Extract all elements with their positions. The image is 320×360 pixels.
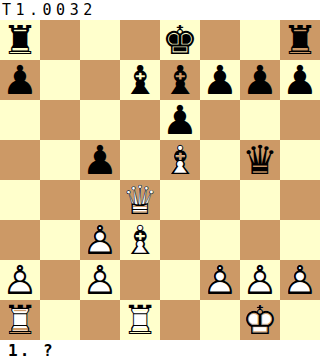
puzzle-title: T1.0032	[0, 0, 320, 20]
square-b2[interactable]	[40, 260, 80, 300]
square-d5[interactable]	[120, 140, 160, 180]
white-piece-outline-icon: ♙	[0, 260, 40, 300]
move-prompt: 1. ?	[0, 340, 320, 360]
square-d3[interactable]: ♝♗	[120, 220, 160, 260]
square-c7[interactable]	[80, 60, 120, 100]
square-a6[interactable]	[0, 100, 40, 140]
square-a4[interactable]	[0, 180, 40, 220]
white-pawn-icon: ♟	[280, 260, 320, 300]
square-c4[interactable]	[80, 180, 120, 220]
black-queen-icon: ♛	[240, 140, 280, 180]
square-c3[interactable]: ♟♙	[80, 220, 120, 260]
square-d6[interactable]	[120, 100, 160, 140]
white-piece-outline-icon: ♙	[240, 260, 280, 300]
white-piece-outline-icon: ♖	[120, 300, 160, 340]
square-e7[interactable]: ♝	[160, 60, 200, 100]
square-c8[interactable]	[80, 20, 120, 60]
white-piece-outline-icon: ♔	[240, 300, 280, 340]
chess-board[interactable]: ♜♚♜♟♝♝♟♟♟♟♟♝♗♛♛♕♟♙♝♗♟♙♟♙♟♙♟♙♟♙♜♖♜♖♚♔	[0, 20, 320, 340]
white-rook-icon: ♜	[120, 300, 160, 340]
white-piece-outline-icon: ♕	[120, 180, 160, 220]
white-piece-outline-icon: ♙	[80, 220, 120, 260]
square-h2[interactable]: ♟♙	[280, 260, 320, 300]
square-h5[interactable]	[280, 140, 320, 180]
square-b5[interactable]	[40, 140, 80, 180]
square-g6[interactable]	[240, 100, 280, 140]
white-piece-outline-icon: ♙	[80, 260, 120, 300]
white-piece-outline-icon: ♖	[0, 300, 40, 340]
square-e6[interactable]: ♟	[160, 100, 200, 140]
black-king-icon: ♚	[160, 20, 200, 60]
square-g7[interactable]: ♟	[240, 60, 280, 100]
black-pawn-icon: ♟	[240, 60, 280, 100]
white-piece-outline-icon: ♙	[200, 260, 240, 300]
white-queen-icon: ♛	[120, 180, 160, 220]
square-b1[interactable]	[40, 300, 80, 340]
square-c2[interactable]: ♟♙	[80, 260, 120, 300]
white-pawn-icon: ♟	[240, 260, 280, 300]
white-bishop-icon: ♝	[120, 220, 160, 260]
square-g1[interactable]: ♚♔	[240, 300, 280, 340]
square-f7[interactable]: ♟	[200, 60, 240, 100]
square-f5[interactable]	[200, 140, 240, 180]
black-bishop-icon: ♝	[120, 60, 160, 100]
white-rook-icon: ♜	[0, 300, 40, 340]
square-f8[interactable]	[200, 20, 240, 60]
square-d4[interactable]: ♛♕	[120, 180, 160, 220]
square-f2[interactable]: ♟♙	[200, 260, 240, 300]
black-rook-icon: ♜	[0, 20, 40, 60]
square-e4[interactable]	[160, 180, 200, 220]
square-g2[interactable]: ♟♙	[240, 260, 280, 300]
square-h8[interactable]: ♜	[280, 20, 320, 60]
square-a8[interactable]: ♜	[0, 20, 40, 60]
white-pawn-icon: ♟	[0, 260, 40, 300]
square-b8[interactable]	[40, 20, 80, 60]
square-h7[interactable]: ♟	[280, 60, 320, 100]
square-f6[interactable]	[200, 100, 240, 140]
white-king-icon: ♚	[240, 300, 280, 340]
square-e1[interactable]	[160, 300, 200, 340]
square-c5[interactable]: ♟	[80, 140, 120, 180]
square-b7[interactable]	[40, 60, 80, 100]
square-h6[interactable]	[280, 100, 320, 140]
black-pawn-icon: ♟	[80, 140, 120, 180]
square-g8[interactable]	[240, 20, 280, 60]
square-f4[interactable]	[200, 180, 240, 220]
square-g3[interactable]	[240, 220, 280, 260]
black-pawn-icon: ♟	[160, 100, 200, 140]
white-piece-outline-icon: ♗	[120, 220, 160, 260]
square-h1[interactable]	[280, 300, 320, 340]
black-pawn-icon: ♟	[0, 60, 40, 100]
square-d7[interactable]: ♝	[120, 60, 160, 100]
square-a2[interactable]: ♟♙	[0, 260, 40, 300]
square-b3[interactable]	[40, 220, 80, 260]
white-pawn-icon: ♟	[200, 260, 240, 300]
square-f3[interactable]	[200, 220, 240, 260]
square-g4[interactable]	[240, 180, 280, 220]
square-f1[interactable]	[200, 300, 240, 340]
square-c6[interactable]	[80, 100, 120, 140]
black-bishop-icon: ♝	[160, 60, 200, 100]
square-d1[interactable]: ♜♖	[120, 300, 160, 340]
black-rook-icon: ♜	[280, 20, 320, 60]
square-h4[interactable]	[280, 180, 320, 220]
square-e3[interactable]	[160, 220, 200, 260]
square-b4[interactable]	[40, 180, 80, 220]
square-e2[interactable]	[160, 260, 200, 300]
square-g5[interactable]: ♛	[240, 140, 280, 180]
square-a1[interactable]: ♜♖	[0, 300, 40, 340]
white-piece-outline-icon: ♗	[160, 140, 200, 180]
white-bishop-icon: ♝	[160, 140, 200, 180]
square-c1[interactable]	[80, 300, 120, 340]
square-e8[interactable]: ♚	[160, 20, 200, 60]
square-a5[interactable]	[0, 140, 40, 180]
white-piece-outline-icon: ♙	[280, 260, 320, 300]
black-pawn-icon: ♟	[200, 60, 240, 100]
square-a7[interactable]: ♟	[0, 60, 40, 100]
square-a3[interactable]	[0, 220, 40, 260]
square-e5[interactable]: ♝♗	[160, 140, 200, 180]
black-pawn-icon: ♟	[280, 60, 320, 100]
square-d8[interactable]	[120, 20, 160, 60]
white-pawn-icon: ♟	[80, 220, 120, 260]
square-b6[interactable]	[40, 100, 80, 140]
square-d2[interactable]	[120, 260, 160, 300]
square-h3[interactable]	[280, 220, 320, 260]
white-pawn-icon: ♟	[80, 260, 120, 300]
